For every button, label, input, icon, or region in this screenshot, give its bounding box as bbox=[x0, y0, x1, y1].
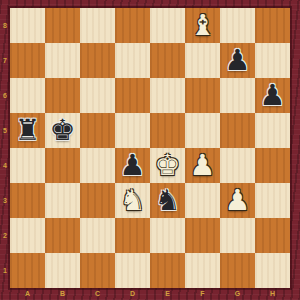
square-d4[interactable]: ♟ bbox=[115, 148, 150, 183]
square-e7[interactable] bbox=[150, 43, 185, 78]
square-h7[interactable] bbox=[255, 43, 290, 78]
piece-white-king[interactable]: ♚ bbox=[150, 148, 185, 183]
chessboard-frame: 87654321 ♝♟♟♜♚♟♚♟♞♞♟ ABCDEFGH bbox=[0, 0, 300, 300]
rank-label-4: 4 bbox=[0, 148, 10, 183]
square-f2[interactable] bbox=[185, 218, 220, 253]
rank-label-7: 7 bbox=[0, 43, 10, 78]
square-g1[interactable] bbox=[220, 253, 255, 288]
square-b2[interactable] bbox=[45, 218, 80, 253]
piece-white-bishop[interactable]: ♝ bbox=[185, 8, 220, 43]
piece-black-rook[interactable]: ♜ bbox=[10, 113, 45, 148]
square-b8[interactable] bbox=[45, 8, 80, 43]
square-d3[interactable]: ♞ bbox=[115, 183, 150, 218]
file-label-h: H bbox=[255, 287, 290, 300]
square-g3[interactable]: ♟ bbox=[220, 183, 255, 218]
square-g6[interactable] bbox=[220, 78, 255, 113]
square-c7[interactable] bbox=[80, 43, 115, 78]
square-e1[interactable] bbox=[150, 253, 185, 288]
piece-white-knight[interactable]: ♞ bbox=[115, 183, 150, 218]
square-f7[interactable] bbox=[185, 43, 220, 78]
square-f6[interactable] bbox=[185, 78, 220, 113]
square-e2[interactable] bbox=[150, 218, 185, 253]
piece-white-pawn[interactable]: ♟ bbox=[185, 148, 220, 183]
square-a3[interactable] bbox=[10, 183, 45, 218]
piece-black-pawn[interactable]: ♟ bbox=[220, 43, 255, 78]
file-label-d: D bbox=[115, 287, 150, 300]
file-label-a: A bbox=[10, 287, 45, 300]
square-f1[interactable] bbox=[185, 253, 220, 288]
file-labels: ABCDEFGH bbox=[10, 287, 290, 300]
rank-label-3: 3 bbox=[0, 183, 10, 218]
square-b7[interactable] bbox=[45, 43, 80, 78]
square-c2[interactable] bbox=[80, 218, 115, 253]
square-e4[interactable]: ♚ bbox=[150, 148, 185, 183]
square-h8[interactable] bbox=[255, 8, 290, 43]
square-g7[interactable]: ♟ bbox=[220, 43, 255, 78]
square-a8[interactable] bbox=[10, 8, 45, 43]
square-h3[interactable] bbox=[255, 183, 290, 218]
rank-labels: 87654321 bbox=[0, 8, 10, 288]
square-d5[interactable] bbox=[115, 113, 150, 148]
square-e8[interactable] bbox=[150, 8, 185, 43]
square-e6[interactable] bbox=[150, 78, 185, 113]
file-label-f: F bbox=[185, 287, 220, 300]
square-c1[interactable] bbox=[80, 253, 115, 288]
rank-label-5: 5 bbox=[0, 113, 10, 148]
rank-label-6: 6 bbox=[0, 78, 10, 113]
square-a6[interactable] bbox=[10, 78, 45, 113]
piece-black-pawn[interactable]: ♟ bbox=[115, 148, 150, 183]
square-d2[interactable] bbox=[115, 218, 150, 253]
piece-white-pawn[interactable]: ♟ bbox=[220, 183, 255, 218]
square-b1[interactable] bbox=[45, 253, 80, 288]
square-a7[interactable] bbox=[10, 43, 45, 78]
file-label-c: C bbox=[80, 287, 115, 300]
square-a1[interactable] bbox=[10, 253, 45, 288]
square-h1[interactable] bbox=[255, 253, 290, 288]
square-g2[interactable] bbox=[220, 218, 255, 253]
square-f4[interactable]: ♟ bbox=[185, 148, 220, 183]
square-c5[interactable] bbox=[80, 113, 115, 148]
square-d1[interactable] bbox=[115, 253, 150, 288]
square-e3[interactable]: ♞ bbox=[150, 183, 185, 218]
square-f5[interactable] bbox=[185, 113, 220, 148]
square-c4[interactable] bbox=[80, 148, 115, 183]
file-label-g: G bbox=[220, 287, 255, 300]
square-b5[interactable]: ♚ bbox=[45, 113, 80, 148]
square-e5[interactable] bbox=[150, 113, 185, 148]
square-a2[interactable] bbox=[10, 218, 45, 253]
square-h4[interactable] bbox=[255, 148, 290, 183]
square-c6[interactable] bbox=[80, 78, 115, 113]
piece-black-king[interactable]: ♚ bbox=[45, 113, 80, 148]
square-h2[interactable] bbox=[255, 218, 290, 253]
piece-black-knight[interactable]: ♞ bbox=[150, 183, 185, 218]
square-g4[interactable] bbox=[220, 148, 255, 183]
square-a5[interactable]: ♜ bbox=[10, 113, 45, 148]
rank-label-1: 1 bbox=[0, 253, 10, 288]
square-d6[interactable] bbox=[115, 78, 150, 113]
piece-black-pawn[interactable]: ♟ bbox=[255, 78, 290, 113]
square-b6[interactable] bbox=[45, 78, 80, 113]
rank-label-2: 2 bbox=[0, 218, 10, 253]
square-a4[interactable] bbox=[10, 148, 45, 183]
square-h5[interactable] bbox=[255, 113, 290, 148]
square-g5[interactable] bbox=[220, 113, 255, 148]
file-label-b: B bbox=[45, 287, 80, 300]
file-label-e: E bbox=[150, 287, 185, 300]
square-h6[interactable]: ♟ bbox=[255, 78, 290, 113]
square-g8[interactable] bbox=[220, 8, 255, 43]
rank-label-8: 8 bbox=[0, 8, 10, 43]
square-d7[interactable] bbox=[115, 43, 150, 78]
square-c8[interactable] bbox=[80, 8, 115, 43]
chessboard: ♝♟♟♜♚♟♚♟♞♞♟ bbox=[10, 8, 290, 288]
square-c3[interactable] bbox=[80, 183, 115, 218]
square-f8[interactable]: ♝ bbox=[185, 8, 220, 43]
square-f3[interactable] bbox=[185, 183, 220, 218]
square-d8[interactable] bbox=[115, 8, 150, 43]
square-b4[interactable] bbox=[45, 148, 80, 183]
square-b3[interactable] bbox=[45, 183, 80, 218]
